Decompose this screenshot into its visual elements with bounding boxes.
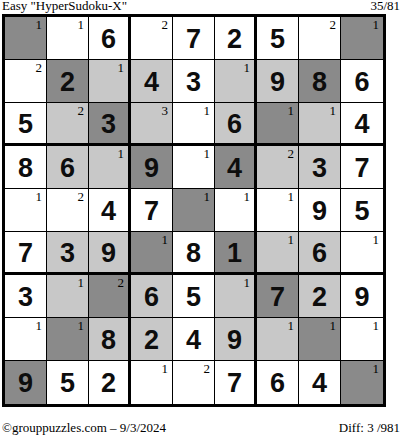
pencil-mark: 1 [330,318,337,333]
given-digit: 6 [341,60,383,102]
cell-r2c8[interactable]: 8 [299,60,341,103]
given-digit: 9 [257,60,298,102]
cell-r2c4[interactable]: 4 [131,60,173,103]
cell-r3c9[interactable]: 4 [341,103,383,146]
cell-r8c9[interactable]: 1 [341,318,383,361]
given-digit: 9 [5,361,46,404]
given-digit: 3 [173,60,214,102]
puzzle-title: Easy "HyperSudoku-X" [2,0,127,14]
cell-r8c1[interactable]: 1 [5,318,47,361]
pencil-mark: 1 [78,318,85,333]
cell-r2c6[interactable]: 1 [215,60,257,103]
pencil-mark: 1 [373,318,380,333]
page-footer: ©grouppuzzles.com – 9/3/2024 Diff: 3 /98… [2,421,400,436]
cell-r2c7[interactable]: 9 [257,60,299,103]
cell-r6c7[interactable]: 1 [257,232,299,275]
cell-r3c5[interactable]: 1 [173,103,215,146]
cell-r2c3[interactable]: 1 [89,60,131,103]
cell-r4c7[interactable]: 2 [257,146,299,189]
pencil-mark: 1 [288,103,295,118]
pencil-mark: 3 [162,103,169,118]
given-digit: 5 [5,103,46,143]
given-digit: 7 [257,275,298,317]
cell-r3c4[interactable]: 3 [131,103,173,146]
cell-r7c6[interactable]: 1 [215,275,257,318]
given-digit: 6 [215,103,254,143]
given-digit: 2 [131,318,172,360]
given-digit: 7 [215,361,254,404]
given-digit: 9 [131,146,172,188]
pencil-mark: 2 [36,60,43,75]
pencil-mark: 1 [36,17,43,32]
cell-r7c3[interactable]: 2 [89,275,131,318]
given-digit: 6 [131,275,172,317]
cell-r5c8[interactable]: 9 [299,189,341,232]
cell-r4c5[interactable]: 1 [173,146,215,189]
cell-r7c8[interactable]: 2 [299,275,341,318]
cell-r1c7[interactable]: 5 [257,17,299,60]
given-digit: 2 [299,275,340,317]
pencil-mark: 1 [204,189,211,204]
given-digit: 9 [299,189,340,231]
given-digit: 5 [47,361,88,404]
cell-r3c8[interactable]: 1 [299,103,341,146]
cell-r6c5[interactable]: 8 [173,232,215,275]
given-digit: 5 [341,189,383,231]
cell-counter: 35/81 [370,0,400,14]
pencil-mark: 1 [78,17,85,32]
cell-r5c9[interactable]: 5 [341,189,383,232]
cell-r5c3[interactable]: 4 [89,189,131,232]
pencil-mark: 1 [36,189,43,204]
pencil-mark: 1 [373,17,380,32]
pencil-mark: 1 [204,103,211,118]
difficulty-text: Diff: 3 /981 [339,420,400,436]
cell-r7c7[interactable]: 7 [257,275,299,318]
cell-r3c3[interactable]: 3 [89,103,131,146]
cell-r4c9[interactable]: 7 [341,146,383,189]
given-digit: 6 [89,17,128,59]
cell-r4c8[interactable]: 3 [299,146,341,189]
given-digit: 3 [89,103,128,143]
pencil-mark: 1 [78,275,85,290]
given-digit: 4 [341,103,383,143]
cell-r6c3[interactable]: 9 [89,232,131,275]
cell-r3c7[interactable]: 1 [257,103,299,146]
pencil-mark: 1 [330,103,337,118]
cell-r9c8[interactable]: 4 [299,361,341,404]
cell-r2c2[interactable]: 2 [47,60,89,103]
cell-r8c6[interactable]: 9 [215,318,257,361]
cell-r9c9[interactable]: 1 [341,361,383,404]
cell-r3c6[interactable]: 6 [215,103,257,146]
cell-r5c2[interactable]: 2 [47,189,89,232]
cell-r6c6[interactable]: 1 [215,232,257,275]
given-digit: 6 [47,146,88,188]
copyright-text: ©grouppuzzles.com – 9/3/2024 [2,420,166,436]
cell-r2c5[interactable]: 3 [173,60,215,103]
given-digit: 4 [299,361,340,404]
pencil-mark: 1 [288,318,295,333]
given-digit: 4 [215,146,254,188]
cell-r8c8[interactable]: 1 [299,318,341,361]
cell-r5c4[interactable]: 7 [131,189,173,232]
pencil-mark: 2 [204,361,211,376]
cell-r9c5[interactable]: 2 [173,361,215,404]
cell-r3c1[interactable]: 5 [5,103,47,146]
given-digit: 3 [5,275,46,317]
given-digit: 6 [299,232,340,272]
cell-r2c9[interactable]: 6 [341,60,383,103]
pencil-mark: 2 [330,17,337,32]
pencil-mark: 1 [288,232,295,247]
cell-r4c4[interactable]: 9 [131,146,173,189]
pencil-mark: 1 [244,60,251,75]
cell-r6c9[interactable]: 1 [341,232,383,275]
given-digit: 5 [257,17,298,59]
cell-r8c5[interactable]: 4 [173,318,215,361]
cell-r5c6[interactable]: 1 [215,189,257,232]
pencil-mark: 1 [244,275,251,290]
pencil-mark: 1 [373,232,380,247]
pencil-mark: 2 [288,146,295,161]
given-digit: 8 [5,146,46,188]
cell-r7c1[interactable]: 3 [5,275,47,318]
cell-r8c2[interactable]: 1 [47,318,89,361]
cell-r9c1[interactable]: 9 [5,361,47,404]
given-digit: 3 [299,146,340,188]
cell-r9c4[interactable]: 1 [131,361,173,404]
given-digit: 9 [215,318,254,360]
cell-r4c1[interactable]: 8 [5,146,47,189]
cell-r1c1[interactable]: 1 [5,17,47,60]
cell-r5c5[interactable]: 1 [173,189,215,232]
pencil-mark: 1 [244,189,251,204]
cell-r1c6[interactable]: 2 [215,17,257,60]
cell-r1c3[interactable]: 6 [89,17,131,60]
pencil-mark: 1 [162,232,169,247]
cell-r8c3[interactable]: 8 [89,318,131,361]
cell-r4c6[interactable]: 4 [215,146,257,189]
pencil-mark: 1 [118,60,125,75]
cell-r1c8[interactable]: 2 [299,17,341,60]
cell-r6c2[interactable]: 3 [47,232,89,275]
pencil-mark: 1 [118,146,125,161]
cell-r7c9[interactable]: 9 [341,275,383,318]
given-digit: 8 [299,60,340,102]
cell-r7c2[interactable]: 1 [47,275,89,318]
given-digit: 8 [89,318,128,360]
pencil-mark: 1 [204,146,211,161]
cell-r9c6[interactable]: 7 [215,361,257,404]
given-digit: 7 [5,232,46,272]
pencil-mark: 2 [118,275,125,290]
pencil-mark: 1 [373,361,380,376]
cell-r1c9[interactable]: 1 [341,17,383,60]
cell-r4c2[interactable]: 6 [47,146,89,189]
pencil-mark: 1 [36,318,43,333]
pencil-mark: 1 [162,361,169,376]
cell-r6c8[interactable]: 6 [299,232,341,275]
given-digit: 4 [131,60,172,102]
cell-r8c7[interactable]: 1 [257,318,299,361]
given-digit: 1 [215,232,254,272]
cell-r4c3[interactable]: 1 [89,146,131,189]
cell-r6c4[interactable]: 1 [131,232,173,275]
given-digit: 4 [173,318,214,360]
cell-r5c1[interactable]: 1 [5,189,47,232]
cell-r9c2[interactable]: 5 [47,361,89,404]
given-digit: 7 [341,146,383,188]
given-digit: 7 [131,189,172,231]
given-digit: 9 [341,275,383,317]
given-digit: 2 [47,60,88,102]
pencil-mark: 2 [78,189,85,204]
pencil-mark: 2 [162,17,169,32]
cell-r1c4[interactable]: 2 [131,17,173,60]
given-digit: 4 [89,189,128,231]
cell-r1c5[interactable]: 7 [173,17,215,60]
given-digit: 9 [89,232,128,272]
given-digit: 8 [173,232,214,272]
cell-r8c4[interactable]: 2 [131,318,173,361]
sudoku-board: 1162725212214319865233161148619142371247… [2,14,386,407]
page-header: Easy "HyperSudoku-X" 35/81 [2,0,400,14]
cell-r5c7[interactable]: 1 [257,189,299,232]
cell-r7c4[interactable]: 6 [131,275,173,318]
pencil-mark: 1 [288,189,295,204]
cell-r9c3[interactable]: 2 [89,361,131,404]
given-digit: 7 [173,17,214,59]
cell-r9c7[interactable]: 6 [257,361,299,404]
given-digit: 2 [215,17,254,59]
cell-r3c2[interactable]: 2 [47,103,89,146]
cell-r2c1[interactable]: 2 [5,60,47,103]
pencil-mark: 2 [78,103,85,118]
cell-r6c1[interactable]: 7 [5,232,47,275]
given-digit: 6 [257,361,298,404]
given-digit: 5 [173,275,214,317]
cell-r1c2[interactable]: 1 [47,17,89,60]
cell-r7c5[interactable]: 5 [173,275,215,318]
given-digit: 3 [47,232,88,272]
given-digit: 2 [89,361,128,404]
